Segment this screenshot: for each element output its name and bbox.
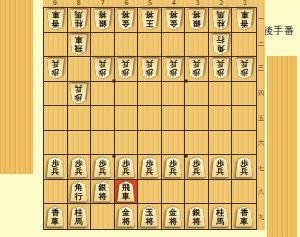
piece-sente-gold[interactable]: 金将	[116, 206, 135, 227]
square-6h[interactable]: 飛車	[115, 180, 139, 205]
piece-gote-lance[interactable]: 香車	[46, 9, 65, 30]
piece-sente-silver[interactable]: 銀将	[93, 181, 112, 202]
piece-face: 歩兵	[116, 157, 135, 178]
square-9h[interactable]	[44, 180, 68, 205]
star-point	[184, 80, 187, 83]
square-1i[interactable]: 香車	[232, 204, 256, 229]
piece-sente-pawn[interactable]: 歩兵	[140, 157, 159, 178]
star-point	[184, 154, 187, 157]
piece-gote-pawn[interactable]: 歩兵	[140, 58, 159, 79]
piece-face: 香車	[46, 9, 65, 30]
square-2a[interactable]: 桂馬	[209, 8, 233, 33]
square-3h[interactable]	[185, 180, 209, 205]
piece-face: 歩兵	[46, 157, 65, 178]
square-8b[interactable]: 飛車	[68, 33, 92, 58]
piece-sente-gold[interactable]: 金将	[164, 206, 183, 227]
piece-gote-pawn[interactable]: 歩兵	[116, 58, 135, 79]
piece-face: 角行	[211, 34, 230, 55]
piece-gote-pawn[interactable]: 歩兵	[211, 58, 230, 79]
square-1a[interactable]: 香車	[232, 8, 256, 33]
square-9f[interactable]	[44, 131, 68, 156]
piece-face: 桂馬	[69, 9, 88, 30]
square-9a[interactable]: 香車	[44, 8, 68, 33]
square-3e[interactable]	[185, 106, 209, 131]
rank-label-6: 六	[257, 131, 265, 156]
piece-gote-pawn[interactable]: 歩兵	[187, 58, 206, 79]
piece-sente-knight[interactable]: 桂馬	[211, 206, 230, 227]
square-4i[interactable]: 金将	[162, 204, 186, 229]
square-8c[interactable]	[68, 57, 92, 82]
piece-face: 玉将	[140, 206, 159, 227]
piece-gote-pawn[interactable]: 歩兵	[69, 83, 88, 104]
square-2i[interactable]: 桂馬	[209, 204, 233, 229]
piece-sente-knight[interactable]: 桂馬	[69, 206, 88, 227]
square-6d[interactable]	[115, 82, 139, 107]
rank-label-5: 五	[257, 106, 265, 131]
square-8a[interactable]: 桂馬	[68, 8, 92, 33]
square-1f[interactable]	[232, 131, 256, 156]
piece-gote-knight[interactable]: 桂馬	[211, 9, 230, 30]
square-2d[interactable]	[209, 82, 233, 107]
shogi-board: 987654321 香車桂馬銀将金将王将金将銀将桂馬香車飛車角行歩兵歩兵歩兵歩兵…	[43, 0, 265, 230]
piece-gote-rook[interactable]: 飛車	[69, 34, 88, 55]
piece-face: 金将	[164, 9, 183, 30]
rank-label-3: 三	[257, 57, 265, 82]
piece-sente-pawn[interactable]: 歩兵	[46, 157, 65, 178]
square-9d[interactable]	[44, 82, 68, 107]
file-label-3: 3	[186, 0, 210, 7]
piece-face: 香車	[235, 206, 254, 227]
square-5d[interactable]	[138, 82, 162, 107]
square-9c[interactable]: 歩兵	[44, 57, 68, 82]
square-5b[interactable]	[138, 33, 162, 58]
file-label-7: 7	[91, 0, 115, 7]
square-1d[interactable]	[232, 82, 256, 107]
star-point	[113, 80, 116, 83]
square-9i[interactable]: 香車	[44, 204, 68, 229]
piece-stand-right	[267, 56, 297, 237]
piece-sente-pawn[interactable]: 歩兵	[69, 157, 88, 178]
square-9b[interactable]	[44, 33, 68, 58]
piece-face: 銀将	[187, 9, 206, 30]
square-7g[interactable]: 歩兵	[91, 155, 115, 180]
square-8h[interactable]: 角行	[68, 180, 92, 205]
piece-face: 歩兵	[187, 157, 206, 178]
piece-face: 歩兵	[69, 157, 88, 178]
piece-face: 飛車	[116, 181, 135, 202]
piece-face: 王将	[140, 9, 159, 30]
piece-gote-lance[interactable]: 香車	[235, 9, 254, 30]
piece-gote-pawn[interactable]: 歩兵	[235, 58, 254, 79]
piece-face: 歩兵	[164, 157, 183, 178]
square-7f[interactable]	[91, 131, 115, 156]
shogi-app: 後手番 987654321 香車桂馬銀将金将王将金将銀将桂馬香車飛車角行歩兵歩兵…	[0, 0, 300, 237]
piece-face: 飛車	[69, 34, 88, 55]
piece-face: 歩兵	[140, 58, 159, 79]
square-6c[interactable]: 歩兵	[115, 57, 139, 82]
square-1e[interactable]	[232, 106, 256, 131]
piece-face: 香車	[235, 9, 254, 30]
square-9g[interactable]: 歩兵	[44, 155, 68, 180]
piece-sente-pawn[interactable]: 歩兵	[93, 157, 112, 178]
square-2c[interactable]: 歩兵	[209, 57, 233, 82]
square-1h[interactable]	[232, 180, 256, 205]
square-3a[interactable]: 銀将	[185, 8, 209, 33]
piece-gote-pawn[interactable]: 歩兵	[46, 58, 65, 79]
rank-label-8: 八	[257, 180, 265, 205]
square-1c[interactable]: 歩兵	[232, 57, 256, 82]
file-label-5: 5	[138, 0, 162, 7]
square-7b[interactable]	[91, 33, 115, 58]
piece-sente-silver[interactable]: 銀将	[187, 206, 206, 227]
square-2b[interactable]: 角行	[209, 33, 233, 58]
piece-face: 歩兵	[211, 157, 230, 178]
piece-face: 銀将	[93, 9, 112, 30]
piece-face: 歩兵	[93, 157, 112, 178]
square-6i[interactable]: 金将	[115, 204, 139, 229]
rank-labels: 一二三四五六七八九	[257, 7, 265, 230]
piece-gote-pawn[interactable]: 歩兵	[93, 58, 112, 79]
square-7h[interactable]: 銀将	[91, 180, 115, 205]
square-4e[interactable]	[162, 106, 186, 131]
square-8e[interactable]	[68, 106, 92, 131]
square-4c[interactable]: 歩兵	[162, 57, 186, 82]
square-4g[interactable]: 歩兵	[162, 155, 186, 180]
piece-face: 桂馬	[69, 206, 88, 227]
file-label-8: 8	[67, 0, 91, 7]
rank-label-1: 一	[257, 7, 265, 32]
piece-face: 銀将	[93, 181, 112, 202]
square-7i[interactable]	[91, 204, 115, 229]
square-3i[interactable]: 銀将	[185, 204, 209, 229]
piece-sente-lance[interactable]: 香車	[235, 206, 254, 227]
piece-sente-pawn[interactable]: 歩兵	[116, 157, 135, 178]
piece-gote-gold[interactable]: 金将	[116, 9, 135, 30]
piece-face: 歩兵	[235, 157, 254, 178]
piece-face: 桂馬	[211, 9, 230, 30]
square-5g[interactable]: 歩兵	[138, 155, 162, 180]
rank-label-2: 二	[257, 32, 265, 57]
piece-gote-gold[interactable]: 金将	[164, 9, 183, 30]
square-3f[interactable]	[185, 131, 209, 156]
square-5h[interactable]	[138, 180, 162, 205]
turn-indicator: 後手番	[263, 24, 300, 37]
piece-face: 金将	[164, 206, 183, 227]
piece-stand-left	[0, 0, 33, 174]
board-grid: 香車桂馬銀将金将王将金将銀将桂馬香車飛車角行歩兵歩兵歩兵歩兵歩兵歩兵歩兵歩兵歩兵…	[43, 7, 257, 230]
square-6g[interactable]: 歩兵	[115, 155, 139, 180]
piece-sente-bishop[interactable]: 角行	[69, 181, 88, 202]
piece-face: 桂馬	[211, 206, 230, 227]
square-2e[interactable]	[209, 106, 233, 131]
square-8i[interactable]: 桂馬	[68, 204, 92, 229]
piece-face: 歩兵	[140, 157, 159, 178]
square-3b[interactable]	[185, 33, 209, 58]
square-8f[interactable]	[68, 131, 92, 156]
piece-face: 歩兵	[235, 58, 254, 79]
piece-face: 歩兵	[69, 83, 88, 104]
square-5c[interactable]: 歩兵	[138, 57, 162, 82]
square-4d[interactable]	[162, 82, 186, 107]
square-7e[interactable]	[91, 106, 115, 131]
square-7c[interactable]: 歩兵	[91, 57, 115, 82]
square-8g[interactable]: 歩兵	[68, 155, 92, 180]
piece-face: 角行	[69, 181, 88, 202]
square-4f[interactable]	[162, 131, 186, 156]
piece-face: 歩兵	[164, 58, 183, 79]
piece-sente-lance[interactable]: 香車	[46, 206, 65, 227]
square-6b[interactable]	[115, 33, 139, 58]
square-2g[interactable]: 歩兵	[209, 155, 233, 180]
piece-sente-pawn[interactable]: 歩兵	[164, 157, 183, 178]
piece-face: 歩兵	[211, 58, 230, 79]
file-label-1: 1	[233, 0, 257, 7]
square-9e[interactable]	[44, 106, 68, 131]
square-6a[interactable]: 金将	[115, 8, 139, 33]
square-1g[interactable]: 歩兵	[232, 155, 256, 180]
piece-sente-king[interactable]: 玉将	[140, 206, 159, 227]
square-3g[interactable]: 歩兵	[185, 155, 209, 180]
square-3d[interactable]	[185, 82, 209, 107]
piece-gote-silver[interactable]: 銀将	[187, 9, 206, 30]
piece-sente-pawn[interactable]: 歩兵	[211, 157, 230, 178]
square-2f[interactable]	[209, 131, 233, 156]
rank-label-7: 七	[257, 156, 265, 181]
piece-face: 歩兵	[93, 58, 112, 79]
file-label-9: 9	[43, 0, 67, 7]
square-6e[interactable]	[115, 106, 139, 131]
piece-face: 歩兵	[46, 58, 65, 79]
file-label-4: 4	[162, 0, 186, 7]
file-label-2: 2	[209, 0, 233, 7]
square-4a[interactable]: 金将	[162, 8, 186, 33]
square-3c[interactable]: 歩兵	[185, 57, 209, 82]
piece-gote-knight[interactable]: 桂馬	[69, 9, 88, 30]
square-5f[interactable]	[138, 131, 162, 156]
rank-label-9: 九	[257, 205, 265, 230]
piece-gote-silver[interactable]: 銀将	[93, 9, 112, 30]
piece-gote-bishop[interactable]: 角行	[211, 34, 230, 55]
piece-face: 歩兵	[116, 58, 135, 79]
star-point	[113, 154, 116, 157]
square-5e[interactable]	[138, 106, 162, 131]
square-1b[interactable]	[232, 33, 256, 58]
square-5a[interactable]: 王将	[138, 8, 162, 33]
piece-face: 香車	[46, 206, 65, 227]
square-2h[interactable]	[209, 180, 233, 205]
file-labels: 987654321	[43, 0, 257, 7]
file-label-6: 6	[114, 0, 138, 7]
square-6f[interactable]	[115, 131, 139, 156]
rank-label-4: 四	[257, 81, 265, 106]
piece-sente-pawn[interactable]: 歩兵	[235, 157, 254, 178]
square-8d[interactable]: 歩兵	[68, 82, 92, 107]
piece-gote-king[interactable]: 王将	[140, 9, 159, 30]
piece-face: 銀将	[187, 206, 206, 227]
piece-face: 金将	[116, 206, 135, 227]
piece-face: 歩兵	[187, 58, 206, 79]
piece-face: 金将	[116, 9, 135, 30]
square-5i[interactable]: 玉将	[138, 204, 162, 229]
square-7d[interactable]	[91, 82, 115, 107]
square-7a[interactable]: 銀将	[91, 8, 115, 33]
square-4h[interactable]	[162, 180, 186, 205]
piece-sente-pawn[interactable]: 歩兵	[187, 157, 206, 178]
square-4b[interactable]	[162, 33, 186, 58]
piece-gote-pawn[interactable]: 歩兵	[164, 58, 183, 79]
piece-sente-rook[interactable]: 飛車	[116, 181, 135, 202]
